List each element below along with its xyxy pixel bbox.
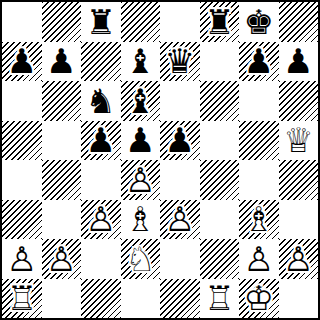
white-knight: ♞♘ <box>121 239 161 279</box>
black-pawn: ♟♟ <box>121 121 161 161</box>
black-queen: ♛♛ <box>160 42 200 82</box>
white-pawn: ♟♙ <box>81 200 121 240</box>
black-pawn: ♟♟ <box>160 121 200 161</box>
square-g4[interactable] <box>239 160 279 200</box>
square-e1[interactable] <box>160 279 200 319</box>
white-pawn-glyph: ♙ <box>42 239 82 279</box>
square-b7[interactable]: ♟♟ <box>42 42 82 82</box>
square-f1[interactable]: ♜♖ <box>200 279 240 319</box>
black-pawn-glyph: ♟ <box>279 42 319 82</box>
square-e6[interactable] <box>160 81 200 121</box>
square-a4[interactable] <box>2 160 42 200</box>
square-h3[interactable] <box>279 200 319 240</box>
square-d1[interactable] <box>121 279 161 319</box>
square-e8[interactable] <box>160 2 200 42</box>
square-h7[interactable]: ♟♟ <box>279 42 319 82</box>
chess-board: ♜♜♜♜♚♚♟♟♟♟♝♝♛♛♟♟♟♟♞♞♝♝♟♟♟♟♟♟♛♕♟♙♟♙♝♗♟♙♝♗… <box>0 0 320 320</box>
square-f8[interactable]: ♜♜ <box>200 2 240 42</box>
square-c5[interactable]: ♟♟ <box>81 121 121 161</box>
white-pawn-glyph: ♙ <box>239 239 279 279</box>
square-h2[interactable]: ♟♙ <box>279 239 319 279</box>
square-c3[interactable]: ♟♙ <box>81 200 121 240</box>
square-a8[interactable] <box>2 2 42 42</box>
square-h6[interactable] <box>279 81 319 121</box>
square-g8[interactable]: ♚♚ <box>239 2 279 42</box>
white-pawn-glyph: ♙ <box>81 200 121 240</box>
white-pawn-glyph: ♙ <box>2 239 42 279</box>
square-g5[interactable] <box>239 121 279 161</box>
square-a3[interactable] <box>2 200 42 240</box>
square-d3[interactable]: ♝♗ <box>121 200 161 240</box>
square-a1[interactable]: ♜♖ <box>2 279 42 319</box>
black-pawn-glyph: ♟ <box>81 121 121 161</box>
black-king: ♚♚ <box>239 2 279 42</box>
white-rook-glyph: ♖ <box>200 279 240 319</box>
white-pawn: ♟♙ <box>121 160 161 200</box>
black-knight-glyph: ♞ <box>81 81 121 121</box>
white-king-glyph: ♔ <box>239 279 279 319</box>
black-pawn-glyph: ♟ <box>121 121 161 161</box>
black-queen-glyph: ♛ <box>160 42 200 82</box>
square-f5[interactable] <box>200 121 240 161</box>
square-b2[interactable]: ♟♙ <box>42 239 82 279</box>
white-queen: ♛♕ <box>279 121 319 161</box>
square-b3[interactable] <box>42 200 82 240</box>
square-b4[interactable] <box>42 160 82 200</box>
square-h4[interactable] <box>279 160 319 200</box>
square-b1[interactable] <box>42 279 82 319</box>
square-f4[interactable] <box>200 160 240 200</box>
white-bishop: ♝♗ <box>239 200 279 240</box>
white-bishop-glyph: ♗ <box>239 200 279 240</box>
square-e2[interactable] <box>160 239 200 279</box>
black-rook: ♜♜ <box>200 2 240 42</box>
square-e5[interactable]: ♟♟ <box>160 121 200 161</box>
white-knight-glyph: ♘ <box>121 239 161 279</box>
black-pawn-glyph: ♟ <box>239 42 279 82</box>
square-d2[interactable]: ♞♘ <box>121 239 161 279</box>
white-bishop: ♝♗ <box>121 200 161 240</box>
square-c7[interactable] <box>81 42 121 82</box>
white-pawn: ♟♙ <box>239 239 279 279</box>
white-pawn: ♟♙ <box>160 200 200 240</box>
black-rook: ♜♜ <box>81 2 121 42</box>
white-pawn-glyph: ♙ <box>160 200 200 240</box>
square-f2[interactable] <box>200 239 240 279</box>
square-h5[interactable]: ♛♕ <box>279 121 319 161</box>
white-king: ♚♔ <box>239 279 279 319</box>
square-f3[interactable] <box>200 200 240 240</box>
black-pawn: ♟♟ <box>42 42 82 82</box>
white-rook: ♜♖ <box>2 279 42 319</box>
square-h8[interactable] <box>279 2 319 42</box>
square-a7[interactable]: ♟♟ <box>2 42 42 82</box>
square-c1[interactable] <box>81 279 121 319</box>
square-d5[interactable]: ♟♟ <box>121 121 161 161</box>
white-pawn-glyph: ♙ <box>279 239 319 279</box>
square-c4[interactable] <box>81 160 121 200</box>
white-rook: ♜♖ <box>200 279 240 319</box>
square-h1[interactable] <box>279 279 319 319</box>
black-pawn: ♟♟ <box>239 42 279 82</box>
square-g3[interactable]: ♝♗ <box>239 200 279 240</box>
white-pawn-glyph: ♙ <box>121 160 161 200</box>
white-queen-glyph: ♕ <box>279 121 319 161</box>
square-g7[interactable]: ♟♟ <box>239 42 279 82</box>
square-e3[interactable]: ♟♙ <box>160 200 200 240</box>
square-b8[interactable] <box>42 2 82 42</box>
white-rook-glyph: ♖ <box>2 279 42 319</box>
black-rook-glyph: ♜ <box>200 2 240 42</box>
chess-diagram: ♜♜♜♜♚♚♟♟♟♟♝♝♛♛♟♟♟♟♞♞♝♝♟♟♟♟♟♟♛♕♟♙♟♙♝♗♟♙♝♗… <box>0 0 320 320</box>
black-pawn: ♟♟ <box>279 42 319 82</box>
square-c6[interactable]: ♞♞ <box>81 81 121 121</box>
square-a5[interactable] <box>2 121 42 161</box>
square-e7[interactable]: ♛♛ <box>160 42 200 82</box>
black-pawn-glyph: ♟ <box>160 121 200 161</box>
square-e4[interactable] <box>160 160 200 200</box>
black-bishop-glyph: ♝ <box>121 81 161 121</box>
square-c2[interactable] <box>81 239 121 279</box>
black-bishop-glyph: ♝ <box>121 42 161 82</box>
black-king-glyph: ♚ <box>239 2 279 42</box>
black-pawn-glyph: ♟ <box>2 42 42 82</box>
white-bishop-glyph: ♗ <box>121 200 161 240</box>
square-b6[interactable] <box>42 81 82 121</box>
white-pawn: ♟♙ <box>42 239 82 279</box>
square-c8[interactable]: ♜♜ <box>81 2 121 42</box>
square-a2[interactable]: ♟♙ <box>2 239 42 279</box>
square-a6[interactable] <box>2 81 42 121</box>
black-pawn: ♟♟ <box>2 42 42 82</box>
white-pawn: ♟♙ <box>279 239 319 279</box>
square-d4[interactable]: ♟♙ <box>121 160 161 200</box>
black-rook-glyph: ♜ <box>81 2 121 42</box>
black-knight: ♞♞ <box>81 81 121 121</box>
white-pawn: ♟♙ <box>2 239 42 279</box>
square-d7[interactable]: ♝♝ <box>121 42 161 82</box>
square-d8[interactable] <box>121 2 161 42</box>
square-g1[interactable]: ♚♔ <box>239 279 279 319</box>
square-g6[interactable] <box>239 81 279 121</box>
black-bishop: ♝♝ <box>121 42 161 82</box>
square-f7[interactable] <box>200 42 240 82</box>
square-d6[interactable]: ♝♝ <box>121 81 161 121</box>
black-pawn: ♟♟ <box>81 121 121 161</box>
square-g2[interactable]: ♟♙ <box>239 239 279 279</box>
square-b5[interactable] <box>42 121 82 161</box>
square-f6[interactable] <box>200 81 240 121</box>
black-pawn-glyph: ♟ <box>42 42 82 82</box>
black-bishop: ♝♝ <box>121 81 161 121</box>
